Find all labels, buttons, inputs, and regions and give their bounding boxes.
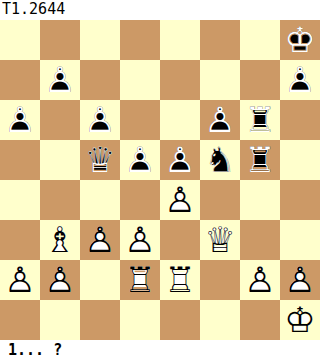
white-rook[interactable]: ♜♖ (160, 260, 200, 300)
square-h8[interactable]: ♚♔ (280, 20, 320, 60)
white-pawn-outline: ♙ (120, 220, 160, 260)
square-b2[interactable]: ♟♙ (40, 260, 80, 300)
black-knight-outline: ♘ (200, 140, 240, 180)
white-king-outline: ♔ (280, 300, 320, 340)
square-c5[interactable]: ♛♕ (80, 140, 120, 180)
black-pawn-outline: ♙ (120, 140, 160, 180)
square-d3[interactable]: ♟♙ (120, 220, 160, 260)
white-pawn[interactable]: ♟♙ (280, 260, 320, 300)
square-a2[interactable]: ♟♙ (0, 260, 40, 300)
white-pawn-outline: ♙ (280, 260, 320, 300)
white-pawn-outline: ♙ (0, 260, 40, 300)
black-pawn-outline: ♙ (280, 60, 320, 100)
square-d8[interactable] (120, 20, 160, 60)
square-e3[interactable] (160, 220, 200, 260)
puzzle-title: T1.2644 (0, 0, 320, 20)
white-king[interactable]: ♚♔ (280, 300, 320, 340)
square-d7[interactable] (120, 60, 160, 100)
square-g5[interactable]: ♜♖ (240, 140, 280, 180)
square-f8[interactable] (200, 20, 240, 60)
square-e1[interactable] (160, 300, 200, 340)
square-e8[interactable] (160, 20, 200, 60)
square-g3[interactable] (240, 220, 280, 260)
square-e6[interactable] (160, 100, 200, 140)
square-b1[interactable] (40, 300, 80, 340)
square-h6[interactable] (280, 100, 320, 140)
white-pawn[interactable]: ♟♙ (80, 220, 120, 260)
square-b7[interactable]: ♟♙ (40, 60, 80, 100)
black-queen-outline: ♕ (80, 140, 120, 180)
move-prompt: 1... ? (0, 340, 320, 360)
black-rook-outline: ♖ (240, 140, 280, 180)
square-d2[interactable]: ♜♖ (120, 260, 160, 300)
black-pawn-outline: ♙ (0, 100, 40, 140)
chess-puzzle-app: T1.2644 ♚♔♟♙♟♙♟♙♟♙♟♙♜♖♛♕♟♙♟♙♞♘♜♖♟♙♝♗♟♙♟♙… (0, 0, 320, 360)
square-e2[interactable]: ♜♖ (160, 260, 200, 300)
square-a7[interactable] (0, 60, 40, 100)
square-h3[interactable] (280, 220, 320, 260)
square-h5[interactable] (280, 140, 320, 180)
white-queen-outline: ♕ (200, 220, 240, 260)
square-d1[interactable] (120, 300, 160, 340)
square-g8[interactable] (240, 20, 280, 60)
white-pawn-outline: ♙ (40, 260, 80, 300)
black-rook[interactable]: ♜♖ (240, 100, 280, 140)
square-a4[interactable] (0, 180, 40, 220)
square-g1[interactable] (240, 300, 280, 340)
square-a1[interactable] (0, 300, 40, 340)
black-pawn[interactable]: ♟♙ (200, 100, 240, 140)
square-g2[interactable]: ♟♙ (240, 260, 280, 300)
square-c8[interactable] (80, 20, 120, 60)
white-pawn[interactable]: ♟♙ (0, 260, 40, 300)
black-pawn[interactable]: ♟♙ (280, 60, 320, 100)
square-a8[interactable] (0, 20, 40, 60)
square-a5[interactable] (0, 140, 40, 180)
square-f6[interactable]: ♟♙ (200, 100, 240, 140)
square-f4[interactable] (200, 180, 240, 220)
square-b5[interactable] (40, 140, 80, 180)
white-queen[interactable]: ♛♕ (200, 220, 240, 260)
black-pawn-outline: ♙ (200, 100, 240, 140)
square-b8[interactable] (40, 20, 80, 60)
square-c3[interactable]: ♟♙ (80, 220, 120, 260)
square-f7[interactable] (200, 60, 240, 100)
square-e4[interactable]: ♟♙ (160, 180, 200, 220)
square-f5[interactable]: ♞♘ (200, 140, 240, 180)
white-bishop[interactable]: ♝♗ (40, 220, 80, 260)
black-pawn[interactable]: ♟♙ (80, 100, 120, 140)
black-pawn[interactable]: ♟♙ (40, 60, 80, 100)
white-pawn[interactable]: ♟♙ (120, 220, 160, 260)
square-f2[interactable] (200, 260, 240, 300)
square-a6[interactable]: ♟♙ (0, 100, 40, 140)
square-g7[interactable] (240, 60, 280, 100)
square-f3[interactable]: ♛♕ (200, 220, 240, 260)
square-c6[interactable]: ♟♙ (80, 100, 120, 140)
white-rook-outline: ♖ (160, 260, 200, 300)
white-rook-outline: ♖ (120, 260, 160, 300)
square-c4[interactable] (80, 180, 120, 220)
black-pawn-outline: ♙ (40, 60, 80, 100)
black-pawn[interactable]: ♟♙ (160, 140, 200, 180)
white-pawn-outline: ♙ (80, 220, 120, 260)
white-pawn-outline: ♙ (240, 260, 280, 300)
square-h7[interactable]: ♟♙ (280, 60, 320, 100)
chess-board: ♚♔♟♙♟♙♟♙♟♙♟♙♜♖♛♕♟♙♟♙♞♘♜♖♟♙♝♗♟♙♟♙♛♕♟♙♟♙♜♖… (0, 20, 320, 340)
square-b4[interactable] (40, 180, 80, 220)
black-pawn[interactable]: ♟♙ (0, 100, 40, 140)
black-king-outline: ♔ (280, 20, 320, 60)
square-b6[interactable] (40, 100, 80, 140)
black-queen[interactable]: ♛♕ (80, 140, 120, 180)
square-f1[interactable] (200, 300, 240, 340)
black-pawn-outline: ♙ (80, 100, 120, 140)
white-pawn[interactable]: ♟♙ (160, 180, 200, 220)
square-g4[interactable] (240, 180, 280, 220)
square-e7[interactable] (160, 60, 200, 100)
square-d4[interactable] (120, 180, 160, 220)
square-h1[interactable]: ♚♔ (280, 300, 320, 340)
black-pawn-outline: ♙ (160, 140, 200, 180)
black-pawn[interactable]: ♟♙ (120, 140, 160, 180)
square-d5[interactable]: ♟♙ (120, 140, 160, 180)
black-king[interactable]: ♚♔ (280, 20, 320, 60)
white-pawn-outline: ♙ (160, 180, 200, 220)
square-g6[interactable]: ♜♖ (240, 100, 280, 140)
square-a3[interactable] (0, 220, 40, 260)
black-rook-outline: ♖ (240, 100, 280, 140)
white-rook[interactable]: ♜♖ (120, 260, 160, 300)
square-d6[interactable] (120, 100, 160, 140)
white-pawn[interactable]: ♟♙ (40, 260, 80, 300)
white-bishop-outline: ♗ (40, 220, 80, 260)
white-pawn[interactable]: ♟♙ (240, 260, 280, 300)
square-h2[interactable]: ♟♙ (280, 260, 320, 300)
square-b3[interactable]: ♝♗ (40, 220, 80, 260)
square-h4[interactable] (280, 180, 320, 220)
square-c1[interactable] (80, 300, 120, 340)
black-knight[interactable]: ♞♘ (200, 140, 240, 180)
square-c7[interactable] (80, 60, 120, 100)
black-rook[interactable]: ♜♖ (240, 140, 280, 180)
square-c2[interactable] (80, 260, 120, 300)
square-e5[interactable]: ♟♙ (160, 140, 200, 180)
